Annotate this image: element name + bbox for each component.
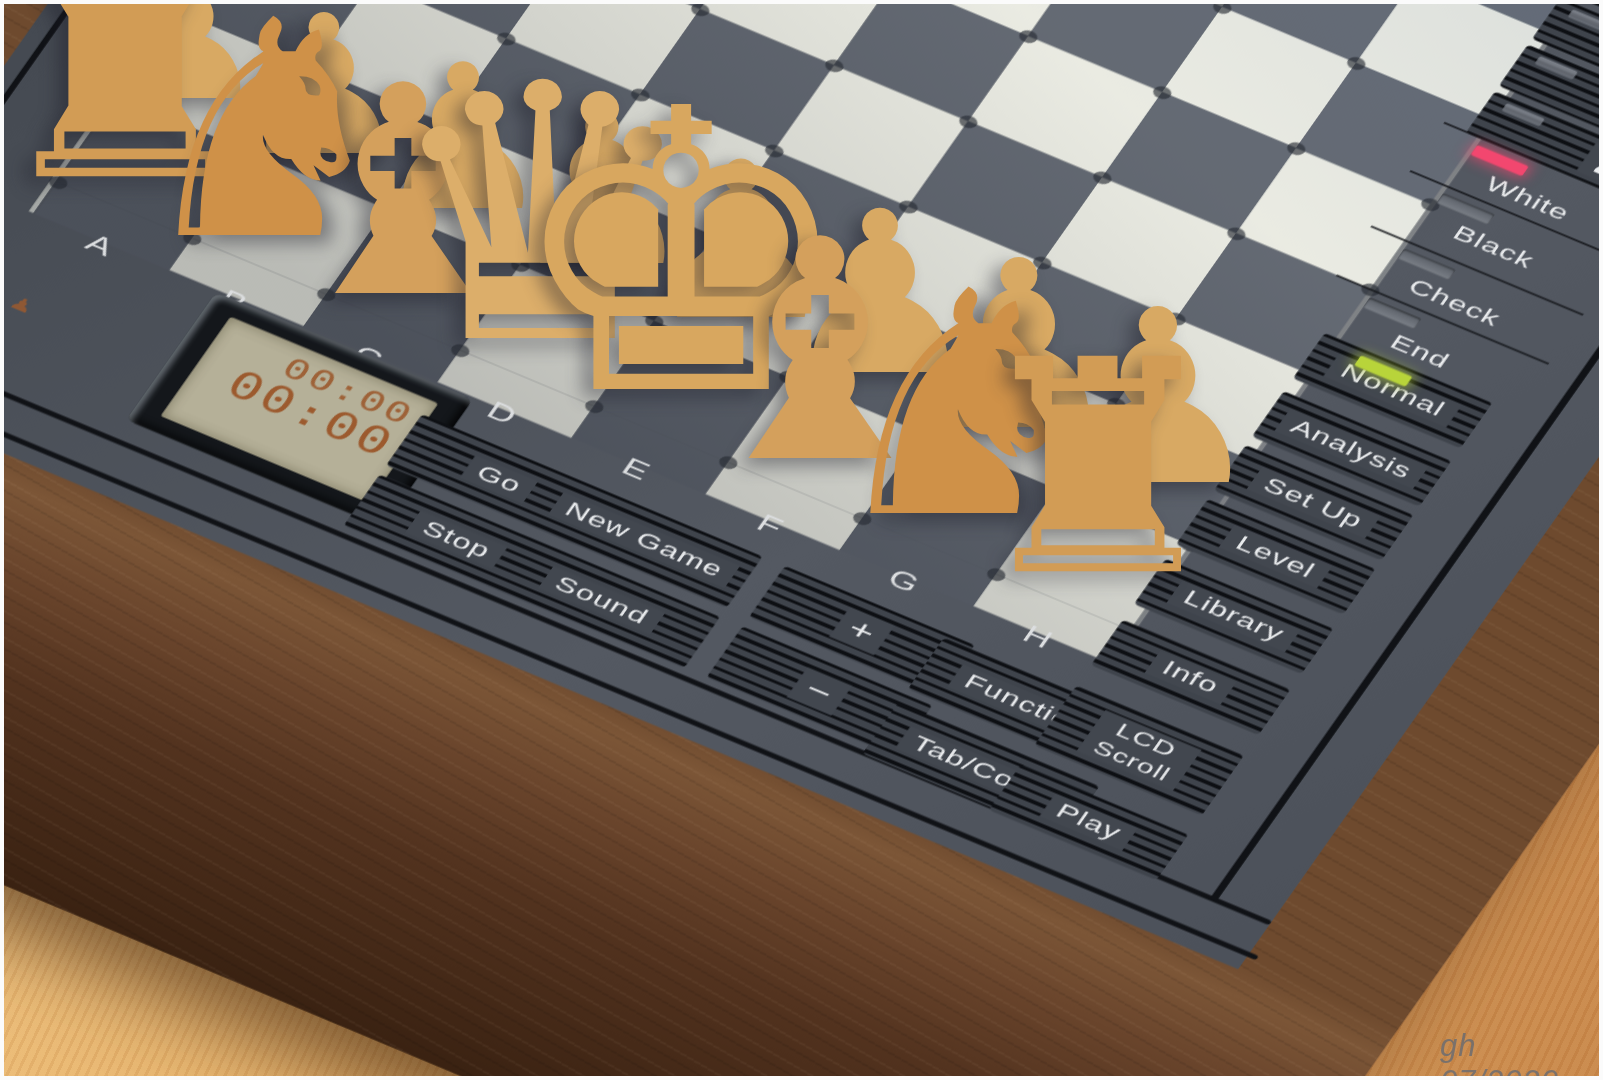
button-label: − xyxy=(786,667,852,715)
watermark: gh 07/2020 xyxy=(1440,1028,1603,1080)
photo: ABCDEFGH 00:00 ♟00:00 GoStopNew GameSoun… xyxy=(0,0,1603,1080)
button-label: + xyxy=(829,607,895,655)
white-rook-h1[interactable]: ♜ xyxy=(966,322,1230,617)
button-notch xyxy=(1568,9,1603,33)
